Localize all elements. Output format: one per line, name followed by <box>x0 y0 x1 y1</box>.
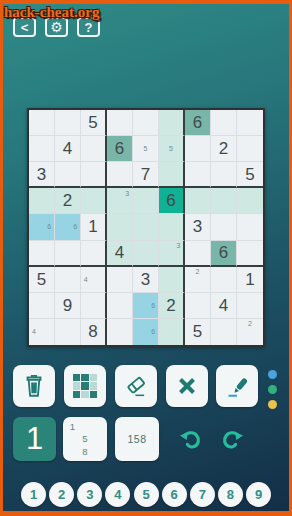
cell-r8c5[interactable]: 6 <box>133 293 159 319</box>
gear-icon: ⚙ <box>50 20 63 34</box>
cell-digit: 5 <box>37 271 46 288</box>
cell-r9c8[interactable] <box>211 319 237 345</box>
cell-digit: 6 <box>166 192 175 209</box>
cell-r4c1[interactable] <box>29 188 55 214</box>
cell-r9c1[interactable]: 4 <box>29 319 55 345</box>
cell-digit: 6 <box>193 114 202 131</box>
cell-digit: 5 <box>245 166 254 183</box>
cell-r3c6[interactable] <box>159 162 185 188</box>
cell-r2c1[interactable] <box>29 136 55 162</box>
cell-r4c8[interactable] <box>211 188 237 214</box>
cell-r5c8[interactable] <box>211 214 237 240</box>
numpad-9[interactable]: 9 <box>246 482 271 507</box>
cell-r1c4[interactable] <box>107 110 133 136</box>
cell-r4c9[interactable] <box>237 188 263 214</box>
cell-digit: 3 <box>141 271 150 288</box>
cell-r9c3[interactable]: 8 <box>81 319 107 345</box>
numpad-2[interactable]: 2 <box>49 482 74 507</box>
numpad-6[interactable]: 6 <box>162 482 187 507</box>
cell-r9c5[interactable]: 6 <box>133 319 159 345</box>
cell-r7c7[interactable]: 2 <box>185 267 211 293</box>
cell-r5c6[interactable] <box>159 214 185 240</box>
pencil-marks: 3 <box>160 242 182 264</box>
cell-r6c5[interactable] <box>133 241 159 267</box>
cell-r9c9[interactable]: 2 <box>237 319 263 345</box>
x-icon <box>175 374 199 398</box>
pencil-marks: 2 <box>186 268 209 291</box>
cell-r2c2[interactable]: 4 <box>55 136 81 162</box>
pencil-marks: 158 <box>66 420 104 458</box>
cell-r4c3[interactable] <box>81 188 107 214</box>
cell-r4c6[interactable]: 6 <box>159 188 185 214</box>
help-icon: ? <box>85 20 93 35</box>
undo-icon <box>177 427 204 454</box>
trash-icon <box>21 373 47 399</box>
cell-r6c8[interactable]: 6 <box>211 241 237 267</box>
cell-r4c4[interactable]: 3 <box>107 188 133 214</box>
cell-digit: 4 <box>115 244 124 261</box>
big-number-mode-button[interactable]: 1 <box>13 417 56 461</box>
cell-r7c3[interactable]: 4 <box>81 267 107 293</box>
cell-r8c6[interactable]: 2 <box>159 293 185 319</box>
cell-r2c7[interactable] <box>185 136 211 162</box>
pencil-marks: 6 <box>56 215 79 238</box>
cell-r9c7[interactable]: 5 <box>185 319 211 345</box>
cell-digit: 5 <box>88 114 97 131</box>
cell-r1c9[interactable] <box>237 110 263 136</box>
cell-r7c2[interactable] <box>55 267 81 293</box>
cell-r2c4[interactable]: 6 <box>107 136 133 162</box>
cell-r3c5[interactable]: 7 <box>133 162 159 188</box>
cell-digit: 3 <box>193 218 202 235</box>
pencil-marks: 5 <box>160 137 182 160</box>
numpad-4[interactable]: 4 <box>105 482 130 507</box>
cell-r9c2[interactable] <box>55 319 81 345</box>
cell-r5c9[interactable] <box>237 214 263 240</box>
cell-r1c1[interactable] <box>29 110 55 136</box>
cell-digit: 6 <box>219 244 228 261</box>
cell-r7c6[interactable] <box>159 267 185 293</box>
cell-r6c1[interactable] <box>29 241 55 267</box>
cell-r9c6[interactable] <box>159 319 185 345</box>
numpad-3[interactable]: 3 <box>77 482 102 507</box>
status-dot-blue[interactable] <box>268 370 277 379</box>
cell-r4c5[interactable] <box>133 188 159 214</box>
cell-r2c3[interactable] <box>81 136 107 162</box>
cell-r3c4[interactable] <box>107 162 133 188</box>
status-dot-green[interactable] <box>268 385 277 394</box>
cell-r5c5[interactable] <box>133 214 159 240</box>
cell-r8c8[interactable]: 4 <box>211 293 237 319</box>
center-notes-mode-button[interactable]: 158 <box>115 417 159 461</box>
eraser-icon <box>123 373 149 399</box>
cell-r6c2[interactable] <box>55 241 81 267</box>
pencil-marks: 4 <box>30 320 53 344</box>
mini-grid-icon <box>73 374 98 399</box>
pencil-marks: 3 <box>108 189 131 212</box>
sudoku-app-screen: hack-cheat.org < ⚙ ? 5646552375236661343… <box>0 0 292 516</box>
cell-r6c4[interactable]: 4 <box>107 241 133 267</box>
cell-digit: 2 <box>63 192 72 209</box>
cell-r7c9[interactable]: 1 <box>237 267 263 293</box>
cell-r5c4[interactable] <box>107 214 133 240</box>
cell-r7c4[interactable] <box>107 267 133 293</box>
cell-digit: 7 <box>141 166 150 183</box>
cell-r7c1[interactable]: 5 <box>29 267 55 293</box>
cell-r2c8[interactable]: 2 <box>211 136 237 162</box>
redo-icon <box>219 427 246 454</box>
cell-r7c8[interactable] <box>211 267 237 293</box>
pencil-marks: 6 <box>134 320 157 344</box>
cell-r6c6[interactable]: 3 <box>159 241 185 267</box>
cell-r1c5[interactable] <box>133 110 159 136</box>
cell-digit: 6 <box>115 140 124 157</box>
cell-r8c7[interactable] <box>185 293 211 319</box>
numpad-5[interactable]: 5 <box>134 482 159 507</box>
cell-digit: 4 <box>219 297 228 314</box>
cell-r1c8[interactable] <box>211 110 237 136</box>
back-icon: < <box>21 20 29 35</box>
pencil-marks: 6 <box>30 215 53 238</box>
center-notes-label: 158 <box>115 417 159 461</box>
cell-r1c6[interactable] <box>159 110 185 136</box>
cell-r4c2[interactable]: 2 <box>55 188 81 214</box>
digit-display: 1 <box>26 421 43 457</box>
cell-r2c5[interactable]: 5 <box>133 136 159 162</box>
cell-r4c7[interactable] <box>185 188 211 214</box>
cell-r3c7[interactable] <box>185 162 211 188</box>
cell-digit: 5 <box>193 323 202 340</box>
cell-digit: 2 <box>166 297 175 314</box>
sudoku-board: 5646552375236661343654321962448652 <box>27 108 265 347</box>
cell-r6c9[interactable] <box>237 241 263 267</box>
cell-r5c7[interactable]: 3 <box>185 214 211 240</box>
cell-digit: 1 <box>245 271 254 288</box>
cell-r5c2[interactable]: 6 <box>55 214 81 240</box>
clear-cell-button[interactable] <box>166 365 208 407</box>
cell-r3c8[interactable] <box>211 162 237 188</box>
cell-digit: 4 <box>63 140 72 157</box>
cell-r2c9[interactable] <box>237 136 263 162</box>
pencil-mode-button[interactable] <box>216 365 258 407</box>
cell-r3c9[interactable]: 5 <box>237 162 263 188</box>
cell-r1c3[interactable]: 5 <box>81 110 107 136</box>
cell-r8c3[interactable] <box>81 293 107 319</box>
numpad-8[interactable]: 8 <box>218 482 243 507</box>
cell-digit: 3 <box>37 166 46 183</box>
cell-r6c3[interactable] <box>81 241 107 267</box>
status-dot-yellow[interactable] <box>268 400 277 409</box>
pencil-marks: 4 <box>82 268 104 291</box>
cell-r9c4[interactable] <box>107 319 133 345</box>
pencil-marks: 2 <box>238 320 262 344</box>
numpad-7[interactable]: 7 <box>190 482 215 507</box>
color-grid-button[interactable] <box>64 365 106 407</box>
pencil-icon <box>224 373 250 399</box>
cell-r8c4[interactable] <box>107 293 133 319</box>
redo-button[interactable] <box>218 426 246 454</box>
cell-digit: 1 <box>88 218 97 235</box>
cell-r3c3[interactable] <box>81 162 107 188</box>
cell-r8c1[interactable] <box>29 293 55 319</box>
cell-r1c7[interactable]: 6 <box>185 110 211 136</box>
numpad-1[interactable]: 1 <box>21 482 46 507</box>
cell-r1c2[interactable] <box>55 110 81 136</box>
cell-r7c5[interactable]: 3 <box>133 267 159 293</box>
cell-r5c1[interactable]: 6 <box>29 214 55 240</box>
pencil-marks: 5 <box>134 137 157 160</box>
pencil-marks: 6 <box>134 294 157 317</box>
eraser-button[interactable] <box>115 365 157 407</box>
cell-r6c7[interactable] <box>185 241 211 267</box>
cell-r3c1[interactable]: 3 <box>29 162 55 188</box>
cell-r8c2[interactable]: 9 <box>55 293 81 319</box>
number-pad: 123456789 <box>21 482 271 507</box>
cell-r5c3[interactable]: 1 <box>81 214 107 240</box>
watermark-text: hack-cheat.org <box>4 4 99 21</box>
cell-r3c2[interactable] <box>55 162 81 188</box>
undo-button[interactable] <box>176 426 204 454</box>
corner-notes-mode-button[interactable]: 158 <box>63 417 107 461</box>
cell-digit: 9 <box>63 297 72 314</box>
cell-digit: 8 <box>88 323 97 340</box>
cell-digit: 2 <box>219 140 228 157</box>
delete-button[interactable] <box>13 365 55 407</box>
cell-r8c9[interactable] <box>237 293 263 319</box>
cell-r2c6[interactable]: 5 <box>159 136 185 162</box>
